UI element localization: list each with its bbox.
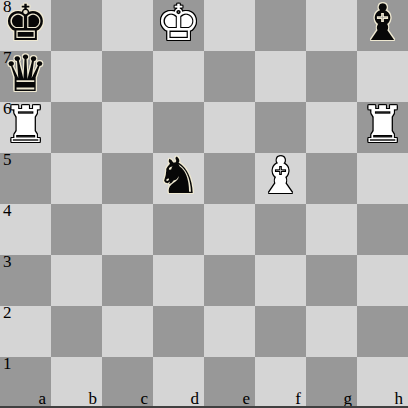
square-a8[interactable]: 8♚ [0,0,51,51]
square-f7[interactable] [255,51,306,102]
square-f5[interactable]: ♝ [255,153,306,204]
black-bishop-h8[interactable]: ♝ [360,0,405,49]
square-a5[interactable]: 5 [0,153,51,204]
square-g8[interactable] [306,0,357,51]
file-label-g: g [344,390,353,407]
square-b4[interactable] [51,204,102,255]
white-bishop-f5[interactable]: ♝ [258,151,303,202]
rank-label-2: 2 [3,304,12,323]
square-c6[interactable] [102,102,153,153]
square-g4[interactable] [306,204,357,255]
square-g1[interactable]: g [306,357,357,408]
square-c7[interactable] [102,51,153,102]
rank-label-4: 4 [3,202,12,221]
square-e2[interactable] [204,306,255,357]
square-a1[interactable]: 1a [0,357,51,408]
square-b8[interactable] [51,0,102,51]
square-g3[interactable] [306,255,357,306]
square-h6[interactable]: ♜ [357,102,408,153]
square-d8[interactable]: ♚ [153,0,204,51]
square-b1[interactable]: b [51,357,102,408]
square-d5[interactable]: ♞ [153,153,204,204]
file-label-h: h [395,390,404,407]
square-g2[interactable] [306,306,357,357]
square-d2[interactable] [153,306,204,357]
white-rook-h6[interactable]: ♜ [360,100,405,151]
square-c2[interactable] [102,306,153,357]
white-rook-a6[interactable]: ♜ [3,100,48,151]
square-a2[interactable]: 2 [0,306,51,357]
black-knight-d5[interactable]: ♞ [156,151,201,202]
square-h3[interactable] [357,255,408,306]
square-f6[interactable] [255,102,306,153]
square-a4[interactable]: 4 [0,204,51,255]
square-h5[interactable] [357,153,408,204]
square-c1[interactable]: c [102,357,153,408]
chess-diagram: 8♚♚♝7♛6♜♜5♞♝4321abcdefgh [0,0,408,408]
square-e8[interactable] [204,0,255,51]
square-a3[interactable]: 3 [0,255,51,306]
rank-label-1: 1 [3,355,12,374]
square-d6[interactable] [153,102,204,153]
square-e6[interactable] [204,102,255,153]
square-h7[interactable] [357,51,408,102]
rank-label-3: 3 [3,253,12,272]
square-c4[interactable] [102,204,153,255]
square-b3[interactable] [51,255,102,306]
file-label-a: a [38,390,46,407]
square-d7[interactable] [153,51,204,102]
rank-label-5: 5 [3,151,12,170]
square-f1[interactable]: f [255,357,306,408]
file-label-e: e [242,390,250,407]
white-king-d8[interactable]: ♚ [156,0,201,49]
square-e7[interactable] [204,51,255,102]
square-f8[interactable] [255,0,306,51]
square-g7[interactable] [306,51,357,102]
square-b6[interactable] [51,102,102,153]
square-e1[interactable]: e [204,357,255,408]
square-c8[interactable] [102,0,153,51]
square-d1[interactable]: d [153,357,204,408]
square-f3[interactable] [255,255,306,306]
black-queen-a7[interactable]: ♛ [3,49,48,100]
square-e5[interactable] [204,153,255,204]
square-d3[interactable] [153,255,204,306]
square-a6[interactable]: 6♜ [0,102,51,153]
square-b2[interactable] [51,306,102,357]
file-label-b: b [89,390,98,407]
file-label-c: c [140,390,148,407]
square-h2[interactable] [357,306,408,357]
square-f4[interactable] [255,204,306,255]
square-h1[interactable]: h [357,357,408,408]
black-king-a8[interactable]: ♚ [3,0,48,49]
square-g6[interactable] [306,102,357,153]
square-c5[interactable] [102,153,153,204]
square-a7[interactable]: 7♛ [0,51,51,102]
square-h8[interactable]: ♝ [357,0,408,51]
chess-board: 8♚♚♝7♛6♜♜5♞♝4321abcdefgh [0,0,408,408]
square-b5[interactable] [51,153,102,204]
file-label-d: d [191,390,200,407]
square-g5[interactable] [306,153,357,204]
file-label-f: f [295,390,301,407]
square-f2[interactable] [255,306,306,357]
square-h4[interactable] [357,204,408,255]
square-e3[interactable] [204,255,255,306]
square-d4[interactable] [153,204,204,255]
square-c3[interactable] [102,255,153,306]
square-e4[interactable] [204,204,255,255]
square-b7[interactable] [51,51,102,102]
